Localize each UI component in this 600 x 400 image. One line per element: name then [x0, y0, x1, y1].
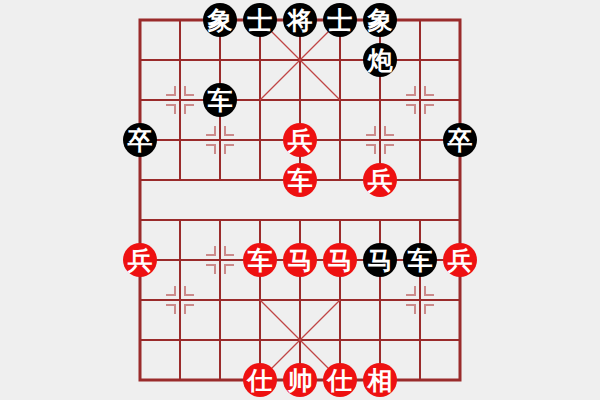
piece-red-chariot-e4[interactable]: 车: [280, 160, 320, 200]
red-soldier-glyph: 兵: [283, 123, 317, 157]
red-advisor-glyph: 仕: [323, 363, 357, 397]
red-chariot-glyph: 车: [243, 243, 277, 277]
red-elephant-glyph: 相: [363, 363, 397, 397]
piece-red-soldier-a6[interactable]: 兵: [120, 240, 160, 280]
black-chariot-glyph: 车: [403, 243, 437, 277]
red-chariot-glyph: 车: [283, 163, 317, 197]
piece-black-cannon-g1[interactable]: 炮: [360, 40, 400, 80]
red-horse-glyph: 马: [283, 243, 317, 277]
black-advisor-glyph: 士: [323, 3, 357, 37]
xiangqi-board[interactable]: 象士将士象炮车卒兵卒车兵兵车马马马车兵仕帅仕相: [120, 0, 480, 400]
piece-red-advisor-d9[interactable]: 仕: [240, 360, 280, 400]
piece-black-elephant-g0[interactable]: 象: [360, 0, 400, 40]
black-chariot-glyph: 车: [203, 83, 237, 117]
piece-black-general-e0[interactable]: 将: [280, 0, 320, 40]
piece-black-chariot-c2[interactable]: 车: [200, 80, 240, 120]
piece-red-chariot-d6[interactable]: 车: [240, 240, 280, 280]
black-general-glyph: 将: [283, 3, 317, 37]
red-advisor-glyph: 仕: [243, 363, 277, 397]
black-advisor-glyph: 士: [243, 3, 277, 37]
piece-red-soldier-i6[interactable]: 兵: [440, 240, 480, 280]
red-horse-glyph: 马: [323, 243, 357, 277]
piece-red-general-e9[interactable]: 帅: [280, 360, 320, 400]
black-elephant-glyph: 象: [203, 3, 237, 37]
piece-red-elephant-g9[interactable]: 相: [360, 360, 400, 400]
red-soldier-glyph: 兵: [363, 163, 397, 197]
red-general-glyph: 帅: [283, 363, 317, 397]
piece-black-horse-g6[interactable]: 马: [360, 240, 400, 280]
piece-red-soldier-g4[interactable]: 兵: [360, 160, 400, 200]
piece-black-soldier-i3[interactable]: 卒: [440, 120, 480, 160]
piece-red-advisor-f9[interactable]: 仕: [320, 360, 360, 400]
piece-red-soldier-e3[interactable]: 兵: [280, 120, 320, 160]
black-soldier-glyph: 卒: [443, 123, 477, 157]
red-soldier-glyph: 兵: [443, 243, 477, 277]
piece-red-horse-e6[interactable]: 马: [280, 240, 320, 280]
black-cannon-glyph: 炮: [363, 43, 397, 77]
piece-red-horse-f6[interactable]: 马: [320, 240, 360, 280]
black-horse-glyph: 马: [363, 243, 397, 277]
piece-black-advisor-d0[interactable]: 士: [240, 0, 280, 40]
piece-black-advisor-f0[interactable]: 士: [320, 0, 360, 40]
piece-black-chariot-h6[interactable]: 车: [400, 240, 440, 280]
black-elephant-glyph: 象: [363, 3, 397, 37]
black-soldier-glyph: 卒: [123, 123, 157, 157]
red-soldier-glyph: 兵: [123, 243, 157, 277]
xiangqi-app: 象士将士象炮车卒兵卒车兵兵车马马马车兵仕帅仕相: [0, 0, 600, 400]
piece-black-soldier-a3[interactable]: 卒: [120, 120, 160, 160]
piece-black-elephant-c0[interactable]: 象: [200, 0, 240, 40]
